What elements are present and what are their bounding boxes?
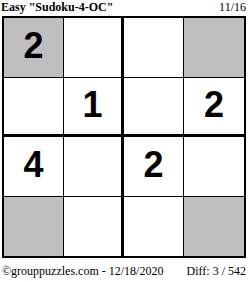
footer: ©grouppuzzles.com - 12/18/2020 Diff: 3 /… bbox=[2, 264, 246, 278]
cell-r4c2[interactable] bbox=[64, 197, 124, 257]
cell-r2c1[interactable] bbox=[4, 78, 64, 138]
puzzle-counter: 11/16 bbox=[219, 0, 246, 14]
cell-r4c4[interactable] bbox=[184, 197, 244, 257]
cell-r3c2[interactable] bbox=[64, 137, 124, 197]
copyright-text: ©grouppuzzles.com - 12/18/2020 bbox=[2, 264, 163, 278]
cell-r2c2[interactable]: 1 bbox=[64, 78, 124, 138]
header: Easy "Sudoku-4-OC" 11/16 bbox=[1, 0, 246, 15]
difficulty-text: Diff: 3 / 542 bbox=[187, 264, 246, 278]
cell-r1c3[interactable] bbox=[124, 18, 184, 78]
cell-r1c2[interactable] bbox=[64, 18, 124, 78]
cell-r3c3[interactable]: 2 bbox=[124, 137, 184, 197]
sudoku-board: 21242 bbox=[2, 16, 246, 258]
puzzle-title: Easy "Sudoku-4-OC" bbox=[1, 0, 113, 14]
cell-r2c4[interactable]: 2 bbox=[184, 78, 244, 138]
cell-r4c3[interactable] bbox=[124, 197, 184, 257]
cell-r3c1[interactable]: 4 bbox=[4, 137, 64, 197]
cell-r1c1[interactable]: 2 bbox=[4, 18, 64, 78]
cell-r1c4[interactable] bbox=[184, 18, 244, 78]
cell-r4c1[interactable] bbox=[4, 197, 64, 257]
cell-r2c3[interactable] bbox=[124, 78, 184, 138]
puzzle-page: Easy "Sudoku-4-OC" 11/16 21242 ©grouppuz… bbox=[0, 0, 248, 282]
cell-r3c4[interactable] bbox=[184, 137, 244, 197]
